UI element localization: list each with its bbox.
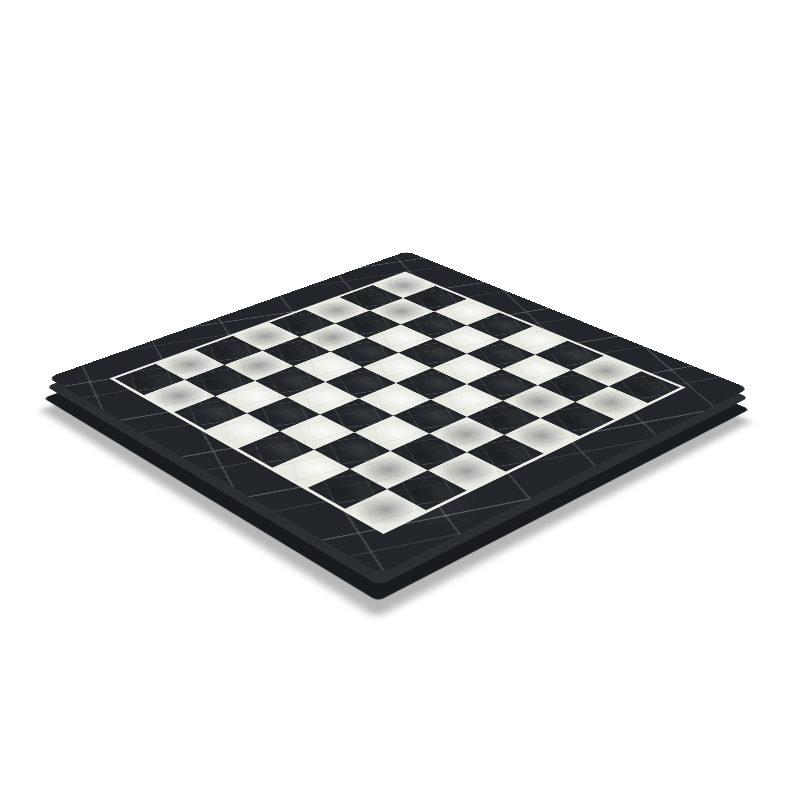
photo-stage: ♜♞♟♝♟♚♟♛♟♝♟♞♟♟♜♟♟♜♟♟♞♟♝♟♛♟♚♟♝♟♞♜ — [0, 0, 800, 800]
chess-board: ♜♞♟♝♟♚♟♛♟♝♟♞♟♟♜♟♟♜♟♟♞♟♝♟♛♟♚♟♝♟♞♜ — [48, 251, 749, 574]
pieces-layer: ♜♞♟♝♟♚♟♛♟♝♟♞♟♟♜♟♟♜♟♟♞♟♝♟♛♟♚♟♝♟♞♜ — [115, 273, 680, 530]
